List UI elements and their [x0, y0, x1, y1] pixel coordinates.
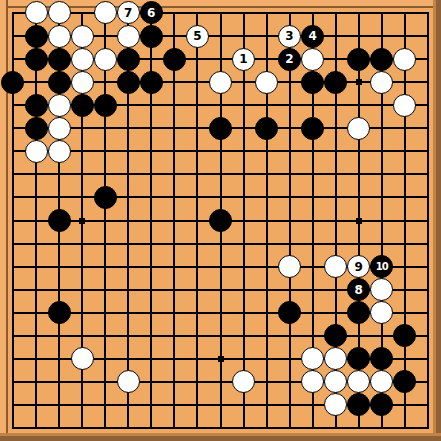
intersection	[25, 370, 48, 393]
intersection	[140, 209, 163, 232]
intersection	[48, 209, 71, 232]
intersection	[324, 186, 347, 209]
intersection	[163, 232, 186, 255]
intersection	[1, 347, 24, 370]
intersection: 6	[140, 1, 163, 24]
black-stone	[324, 71, 347, 94]
intersection	[209, 232, 232, 255]
intersection	[232, 255, 255, 278]
intersection	[393, 117, 416, 140]
intersection	[324, 278, 347, 301]
intersection	[25, 393, 48, 416]
intersection	[71, 347, 94, 370]
intersection	[94, 117, 117, 140]
intersection	[209, 1, 232, 24]
intersection: 7	[117, 1, 140, 24]
intersection	[186, 278, 209, 301]
intersection: 3	[278, 25, 301, 48]
intersection	[324, 209, 347, 232]
intersection	[140, 324, 163, 347]
intersection	[48, 140, 71, 163]
black-stone	[94, 186, 117, 209]
intersection	[278, 416, 301, 439]
intersection	[324, 163, 347, 186]
intersection	[232, 324, 255, 347]
intersection	[94, 71, 117, 94]
intersection	[186, 71, 209, 94]
intersection	[347, 393, 370, 416]
black-stone	[48, 209, 71, 232]
intersection	[140, 48, 163, 71]
intersection	[416, 232, 439, 255]
intersection	[25, 416, 48, 439]
intersection	[1, 1, 24, 24]
intersection	[416, 370, 439, 393]
intersection	[255, 1, 278, 24]
black-stone	[347, 48, 370, 71]
intersection	[301, 278, 324, 301]
intersection	[71, 71, 94, 94]
white-stone	[370, 301, 393, 324]
intersection	[209, 163, 232, 186]
intersection	[232, 1, 255, 24]
intersection	[117, 48, 140, 71]
intersection	[393, 255, 416, 278]
go-board: 76534129108	[0, 0, 441, 441]
black-stone	[301, 71, 324, 94]
intersection	[324, 301, 347, 324]
intersection	[71, 324, 94, 347]
intersection	[255, 416, 278, 439]
intersection	[301, 48, 324, 71]
intersection	[255, 324, 278, 347]
intersection	[48, 278, 71, 301]
intersection	[278, 209, 301, 232]
intersection	[140, 347, 163, 370]
intersection	[117, 209, 140, 232]
intersection	[209, 186, 232, 209]
board-grid: 76534129108	[1, 1, 439, 439]
intersection	[186, 140, 209, 163]
intersection	[255, 186, 278, 209]
black-stone	[48, 48, 71, 71]
white-stone	[301, 347, 324, 370]
intersection	[232, 416, 255, 439]
intersection	[255, 71, 278, 94]
white-stone	[71, 347, 94, 370]
intersection	[347, 186, 370, 209]
intersection	[278, 1, 301, 24]
intersection	[71, 370, 94, 393]
intersection	[324, 324, 347, 347]
intersection	[301, 301, 324, 324]
intersection	[25, 232, 48, 255]
intersection	[94, 416, 117, 439]
intersection	[1, 232, 24, 255]
intersection	[278, 393, 301, 416]
intersection	[117, 117, 140, 140]
intersection	[347, 163, 370, 186]
intersection	[370, 278, 393, 301]
intersection	[117, 393, 140, 416]
intersection	[278, 347, 301, 370]
white-stone	[393, 48, 416, 71]
intersection	[301, 163, 324, 186]
move-number-label: 3	[285, 30, 293, 42]
intersection	[48, 48, 71, 71]
move-number-label: 1	[239, 53, 247, 65]
intersection	[393, 1, 416, 24]
intersection	[209, 347, 232, 370]
intersection	[48, 186, 71, 209]
intersection	[117, 370, 140, 393]
intersection	[301, 416, 324, 439]
intersection	[255, 25, 278, 48]
intersection	[71, 186, 94, 209]
screenshot-stage: 76534129108	[0, 0, 441, 441]
intersection	[140, 117, 163, 140]
intersection	[232, 140, 255, 163]
intersection	[347, 48, 370, 71]
intersection	[416, 255, 439, 278]
intersection	[163, 370, 186, 393]
intersection	[255, 94, 278, 117]
intersection	[25, 25, 48, 48]
intersection	[71, 163, 94, 186]
intersection	[255, 393, 278, 416]
intersection	[301, 370, 324, 393]
intersection	[186, 48, 209, 71]
intersection	[347, 301, 370, 324]
intersection	[347, 1, 370, 24]
intersection	[186, 370, 209, 393]
intersection	[25, 255, 48, 278]
intersection	[48, 71, 71, 94]
intersection	[25, 117, 48, 140]
intersection	[393, 393, 416, 416]
white-stone	[301, 370, 324, 393]
intersection	[71, 278, 94, 301]
white-stone	[370, 278, 393, 301]
intersection	[209, 370, 232, 393]
intersection	[186, 209, 209, 232]
intersection	[301, 209, 324, 232]
move-number-label: 7	[124, 6, 132, 18]
intersection	[370, 232, 393, 255]
intersection	[186, 255, 209, 278]
intersection	[255, 232, 278, 255]
intersection	[232, 163, 255, 186]
intersection	[416, 94, 439, 117]
move-number-label: 5	[193, 30, 201, 42]
intersection	[278, 140, 301, 163]
intersection	[71, 301, 94, 324]
intersection	[71, 232, 94, 255]
white-stone	[324, 370, 347, 393]
intersection	[25, 94, 48, 117]
black-stone	[370, 48, 393, 71]
intersection	[94, 370, 117, 393]
intersection	[1, 301, 24, 324]
white-stone	[71, 25, 94, 48]
intersection	[117, 94, 140, 117]
intersection	[301, 140, 324, 163]
intersection	[163, 347, 186, 370]
intersection	[347, 324, 370, 347]
white-stone	[324, 347, 347, 370]
white-stone	[48, 1, 71, 24]
intersection	[94, 393, 117, 416]
black-stone	[117, 71, 140, 94]
intersection	[393, 186, 416, 209]
intersection	[393, 301, 416, 324]
intersection	[48, 94, 71, 117]
intersection	[232, 232, 255, 255]
intersection	[393, 94, 416, 117]
black-stone	[347, 347, 370, 370]
white-stone	[255, 71, 278, 94]
white-stone	[71, 71, 94, 94]
black-stone	[140, 71, 163, 94]
white-stone	[278, 255, 301, 278]
white-stone	[301, 48, 324, 71]
intersection	[1, 416, 24, 439]
intersection	[163, 324, 186, 347]
intersection: 9	[347, 255, 370, 278]
intersection	[140, 255, 163, 278]
intersection	[393, 278, 416, 301]
intersection	[71, 255, 94, 278]
intersection	[324, 232, 347, 255]
intersection	[94, 94, 117, 117]
move-5-stone: 5	[186, 25, 209, 48]
intersection	[255, 140, 278, 163]
white-stone	[209, 71, 232, 94]
intersection	[370, 25, 393, 48]
intersection	[186, 186, 209, 209]
intersection	[324, 117, 347, 140]
black-stone	[25, 48, 48, 71]
intersection	[232, 209, 255, 232]
intersection	[186, 301, 209, 324]
intersection	[393, 347, 416, 370]
intersection	[48, 163, 71, 186]
intersection	[347, 416, 370, 439]
black-stone	[1, 71, 24, 94]
intersection	[347, 71, 370, 94]
intersection	[1, 163, 24, 186]
intersection	[347, 370, 370, 393]
intersection	[1, 186, 24, 209]
black-stone	[278, 301, 301, 324]
intersection	[278, 186, 301, 209]
intersection	[416, 48, 439, 71]
intersection	[393, 370, 416, 393]
intersection	[370, 48, 393, 71]
intersection	[71, 393, 94, 416]
white-stone	[347, 117, 370, 140]
black-stone	[25, 117, 48, 140]
intersection	[163, 71, 186, 94]
intersection	[94, 140, 117, 163]
intersection	[140, 71, 163, 94]
move-number-label: 10	[376, 261, 388, 271]
intersection	[25, 324, 48, 347]
intersection	[140, 186, 163, 209]
intersection	[416, 301, 439, 324]
intersection	[324, 255, 347, 278]
black-stone	[48, 301, 71, 324]
intersection	[140, 393, 163, 416]
intersection	[278, 71, 301, 94]
intersection	[393, 324, 416, 347]
black-stone	[370, 347, 393, 370]
intersection	[324, 94, 347, 117]
intersection	[232, 94, 255, 117]
intersection	[347, 25, 370, 48]
intersection: 10	[370, 255, 393, 278]
intersection	[278, 370, 301, 393]
black-stone	[301, 117, 324, 140]
intersection	[278, 232, 301, 255]
white-stone	[48, 25, 71, 48]
intersection	[370, 71, 393, 94]
intersection	[186, 347, 209, 370]
intersection	[255, 347, 278, 370]
intersection	[140, 278, 163, 301]
intersection	[370, 416, 393, 439]
intersection	[71, 117, 94, 140]
intersection	[94, 48, 117, 71]
intersection	[255, 117, 278, 140]
intersection	[163, 278, 186, 301]
intersection	[301, 117, 324, 140]
black-stone	[117, 48, 140, 71]
intersection	[416, 416, 439, 439]
intersection	[416, 71, 439, 94]
intersection	[94, 301, 117, 324]
intersection	[209, 71, 232, 94]
intersection	[163, 1, 186, 24]
intersection	[301, 232, 324, 255]
white-stone	[370, 71, 393, 94]
white-stone	[48, 117, 71, 140]
intersection	[1, 370, 24, 393]
intersection	[48, 370, 71, 393]
intersection	[117, 301, 140, 324]
intersection	[209, 117, 232, 140]
intersection	[324, 1, 347, 24]
intersection	[370, 393, 393, 416]
intersection: 2	[278, 48, 301, 71]
intersection	[163, 25, 186, 48]
intersection	[416, 163, 439, 186]
intersection	[347, 94, 370, 117]
intersection	[117, 324, 140, 347]
move-number-label: 4	[308, 30, 316, 42]
intersection	[71, 209, 94, 232]
intersection	[416, 324, 439, 347]
intersection	[232, 186, 255, 209]
intersection	[324, 71, 347, 94]
intersection: 5	[186, 25, 209, 48]
move-8-stone: 8	[347, 278, 370, 301]
intersection	[48, 301, 71, 324]
intersection	[25, 71, 48, 94]
white-stone	[324, 255, 347, 278]
move-1-stone: 1	[232, 48, 255, 71]
intersection	[94, 324, 117, 347]
black-stone	[209, 117, 232, 140]
white-stone	[347, 370, 370, 393]
intersection	[255, 370, 278, 393]
white-stone	[94, 1, 117, 24]
intersection	[163, 163, 186, 186]
intersection	[48, 232, 71, 255]
intersection	[232, 370, 255, 393]
intersection	[140, 301, 163, 324]
intersection	[278, 255, 301, 278]
white-stone	[71, 48, 94, 71]
intersection	[25, 186, 48, 209]
white-stone	[117, 370, 140, 393]
intersection	[1, 393, 24, 416]
intersection	[255, 278, 278, 301]
intersection	[186, 117, 209, 140]
intersection	[416, 209, 439, 232]
intersection	[117, 186, 140, 209]
intersection	[163, 416, 186, 439]
intersection	[324, 140, 347, 163]
intersection	[255, 163, 278, 186]
intersection	[416, 1, 439, 24]
black-stone	[48, 71, 71, 94]
black-stone	[209, 209, 232, 232]
white-stone	[393, 94, 416, 117]
black-stone	[347, 301, 370, 324]
intersection	[232, 301, 255, 324]
intersection	[416, 140, 439, 163]
intersection	[209, 140, 232, 163]
intersection	[209, 393, 232, 416]
intersection	[117, 416, 140, 439]
move-number-label: 2	[285, 53, 293, 65]
intersection	[71, 25, 94, 48]
intersection	[416, 25, 439, 48]
intersection	[140, 370, 163, 393]
intersection: 8	[347, 278, 370, 301]
intersection	[25, 347, 48, 370]
intersection	[393, 48, 416, 71]
white-stone	[25, 1, 48, 24]
intersection	[140, 140, 163, 163]
intersection	[416, 278, 439, 301]
intersection	[25, 278, 48, 301]
intersection	[163, 301, 186, 324]
intersection	[209, 25, 232, 48]
intersection	[163, 94, 186, 117]
intersection	[71, 1, 94, 24]
intersection	[370, 1, 393, 24]
intersection	[48, 324, 71, 347]
intersection	[48, 1, 71, 24]
intersection	[416, 393, 439, 416]
intersection	[163, 140, 186, 163]
intersection	[301, 393, 324, 416]
intersection	[255, 301, 278, 324]
intersection	[370, 347, 393, 370]
move-4-stone: 4	[301, 25, 324, 48]
